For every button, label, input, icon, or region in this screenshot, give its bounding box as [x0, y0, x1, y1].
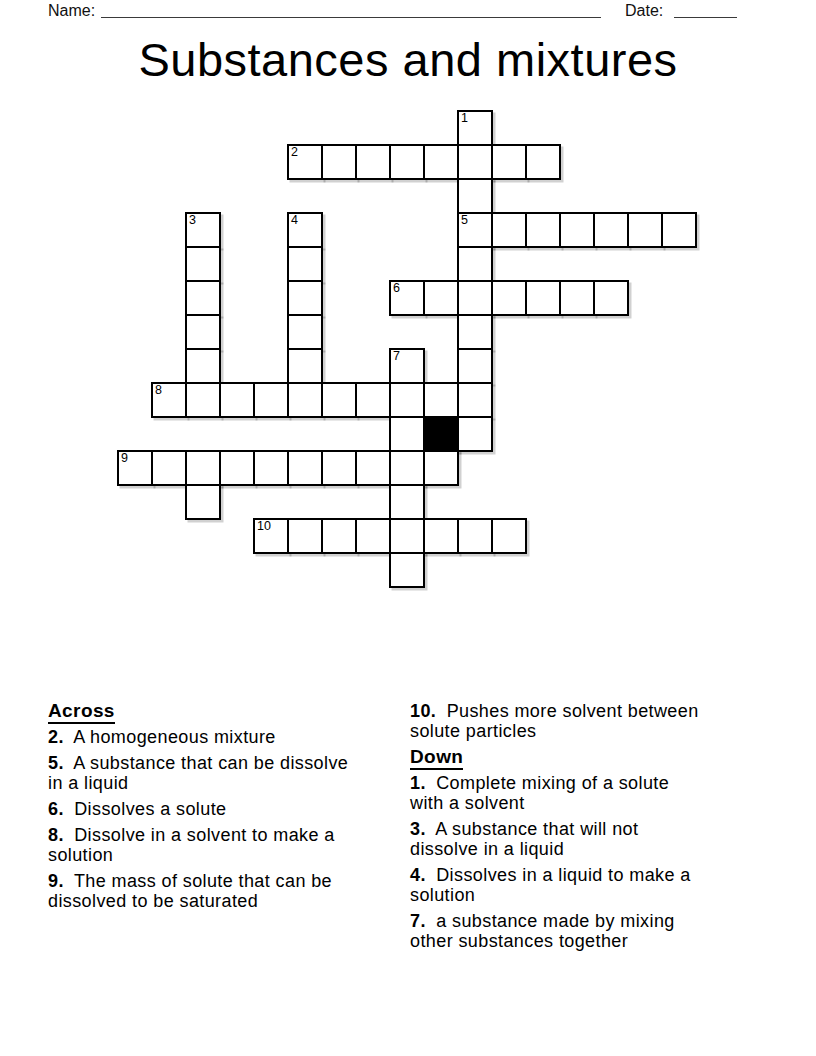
grid-cell[interactable]: [457, 144, 493, 180]
clue-text: Complete mixing of a solute with a solve…: [410, 773, 669, 813]
clue-number: 6: [393, 282, 400, 295]
clue-number: 8: [155, 384, 162, 397]
clue-number-label: 8.: [48, 825, 64, 845]
grid-cell[interactable]: 8: [151, 382, 187, 418]
grid-cell[interactable]: [423, 450, 459, 486]
clue-item: 10. Pushes more solvent between solute p…: [410, 701, 785, 741]
clues-left-column: Across2. A homogeneous mixture5. A subst…: [48, 701, 420, 917]
clue-item: 2. A homogeneous mixture: [48, 727, 420, 747]
clue-number-label: 3.: [410, 819, 426, 839]
grid-cell[interactable]: [457, 178, 493, 214]
grid-cell[interactable]: [185, 348, 221, 384]
grid-cell[interactable]: [355, 518, 391, 554]
grid-cell[interactable]: [185, 484, 221, 520]
clue-number-label: 10.: [410, 701, 436, 721]
grid-cell[interactable]: [287, 382, 323, 418]
grid-cell[interactable]: 1: [457, 110, 493, 146]
clue-text: Dissolve in a solvent to make a solution: [48, 825, 335, 865]
name-field-line[interactable]: [101, 0, 601, 18]
grid-cell[interactable]: [389, 518, 425, 554]
across-heading-text: Across: [48, 700, 115, 724]
grid-cell[interactable]: [457, 348, 493, 384]
date-field-line[interactable]: [674, 0, 737, 18]
down-heading-text: Down: [410, 746, 463, 770]
clue-number: 3: [189, 214, 196, 227]
clue-number: 1: [461, 112, 468, 125]
clue-number-label: 6.: [48, 799, 64, 819]
grid-cell[interactable]: [321, 518, 357, 554]
clue-number: 9: [121, 452, 128, 465]
grid-cell[interactable]: [559, 212, 595, 248]
grid-cell[interactable]: [559, 280, 595, 316]
clue-item: 3. A substance that will not dissolve in…: [410, 819, 785, 859]
clue-item: 9. The mass of solute that can be dissol…: [48, 871, 420, 911]
clue-number: 2: [291, 146, 298, 159]
crossword-grid: 12345678910: [117, 110, 699, 590]
grid-cell[interactable]: [287, 450, 323, 486]
clue-item: 6. Dissolves a solute: [48, 799, 420, 819]
grid-cell[interactable]: 7: [389, 348, 425, 384]
clue-number: 7: [393, 350, 400, 363]
grid-cell[interactable]: 10: [253, 518, 289, 554]
grid-cell[interactable]: [491, 280, 527, 316]
grid-cell[interactable]: [185, 382, 221, 418]
grid-cell[interactable]: [253, 382, 289, 418]
clue-text: Dissolves in a liquid to make a solution: [410, 865, 691, 905]
grid-cell[interactable]: [355, 144, 391, 180]
grid-cell[interactable]: [287, 314, 323, 350]
clue-item: 8. Dissolve in a solvent to make a solut…: [48, 825, 420, 865]
clue-text: Dissolves a solute: [74, 799, 226, 819]
grid-cell[interactable]: [389, 382, 425, 418]
grid-cell[interactable]: [423, 518, 459, 554]
down-heading: Down: [410, 747, 785, 767]
clue-number: 10: [257, 520, 271, 533]
grid-cell[interactable]: [389, 450, 425, 486]
grid-cell[interactable]: 4: [287, 212, 323, 248]
grid-cell[interactable]: [389, 416, 425, 452]
date-label: Date:: [625, 2, 663, 20]
grid-cell[interactable]: [423, 280, 459, 316]
grid-cell[interactable]: [389, 552, 425, 588]
grid-cell[interactable]: [287, 348, 323, 384]
clue-number-label: 5.: [48, 753, 64, 773]
clue-text: A homogeneous mixture: [73, 727, 276, 747]
grid-cell[interactable]: [593, 280, 629, 316]
grid-cell[interactable]: [321, 382, 357, 418]
clue-number: 4: [291, 214, 298, 227]
grid-cell[interactable]: [491, 212, 527, 248]
grid-cell[interactable]: [525, 144, 561, 180]
grid-cell[interactable]: [525, 212, 561, 248]
clue-text: a substance made by mixing other substan…: [410, 911, 675, 951]
black-cell: [423, 416, 459, 452]
grid-cell[interactable]: [253, 450, 289, 486]
grid-cell[interactable]: [525, 280, 561, 316]
grid-cell[interactable]: [627, 212, 663, 248]
grid-cell[interactable]: [185, 314, 221, 350]
grid-cell[interactable]: 2: [287, 144, 323, 180]
across-heading: Across: [48, 701, 420, 721]
grid-cell[interactable]: 9: [117, 450, 153, 486]
grid-cell[interactable]: [287, 246, 323, 282]
grid-cell[interactable]: [457, 314, 493, 350]
clue-item: 5. A substance that can be dissolve in a…: [48, 753, 420, 793]
grid-cell[interactable]: [185, 280, 221, 316]
grid-cell[interactable]: [457, 382, 493, 418]
clue-number-label: 1.: [410, 773, 426, 793]
grid-cell[interactable]: [457, 280, 493, 316]
clue-item: 7. a substance made by mixing other subs…: [410, 911, 785, 951]
grid-cell[interactable]: [457, 416, 493, 452]
grid-cell[interactable]: [185, 246, 221, 282]
clue-text: The mass of solute that can be dissolved…: [48, 871, 332, 911]
clue-text: Pushes more solvent between solute parti…: [410, 701, 699, 741]
clue-text: A substance that will not dissolve in a …: [410, 819, 638, 859]
grid-cell[interactable]: [321, 144, 357, 180]
clue-number: 5: [461, 214, 468, 227]
clue-number-label: 2.: [48, 727, 64, 747]
grid-cell[interactable]: [457, 246, 493, 282]
clue-item: 4. Dissolves in a liquid to make a solut…: [410, 865, 785, 905]
clue-number-label: 9.: [48, 871, 64, 891]
grid-cell[interactable]: [185, 450, 221, 486]
clue-number-label: 7.: [410, 911, 426, 931]
grid-cell[interactable]: [457, 518, 493, 554]
grid-cell[interactable]: [423, 144, 459, 180]
clue-item: 1. Complete mixing of a solute with a so…: [410, 773, 785, 813]
grid-cell[interactable]: [219, 382, 255, 418]
grid-cell[interactable]: 3: [185, 212, 221, 248]
grid-cell[interactable]: [491, 144, 527, 180]
grid-cell[interactable]: [151, 450, 187, 486]
grid-cell[interactable]: [491, 518, 527, 554]
clue-text: A substance that can be dissolve in a li…: [48, 753, 348, 793]
page-title: Substances and mixtures: [0, 33, 816, 87]
clue-number-label: 4.: [410, 865, 426, 885]
worksheet-page: Name: Date: Substances and mixtures 1234…: [0, 0, 816, 1056]
clues-right-column: 10. Pushes more solvent between solute p…: [410, 701, 785, 957]
grid-cell[interactable]: [389, 484, 425, 520]
grid-cell[interactable]: [661, 212, 697, 248]
grid-cell[interactable]: [355, 382, 391, 418]
grid-cell[interactable]: [321, 450, 357, 486]
grid-cell[interactable]: [593, 212, 629, 248]
grid-cell[interactable]: 6: [389, 280, 425, 316]
grid-cell[interactable]: [389, 144, 425, 180]
grid-cell[interactable]: [423, 382, 459, 418]
grid-cell[interactable]: [287, 280, 323, 316]
grid-cell[interactable]: 5: [457, 212, 493, 248]
grid-cell[interactable]: [355, 450, 391, 486]
name-label: Name:: [48, 2, 95, 20]
grid-cell[interactable]: [287, 518, 323, 554]
grid-cell[interactable]: [219, 450, 255, 486]
